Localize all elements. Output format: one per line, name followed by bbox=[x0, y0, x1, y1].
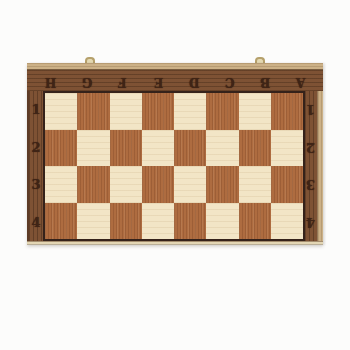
square-h4[interactable] bbox=[45, 203, 77, 240]
board-frame-right: 1234 bbox=[305, 91, 317, 241]
square-a3[interactable] bbox=[271, 166, 303, 203]
board-bottom-fold-edge bbox=[27, 241, 323, 245]
square-f2[interactable] bbox=[110, 130, 142, 167]
board-frame-left: 1234 bbox=[27, 91, 43, 241]
square-a1[interactable] bbox=[271, 93, 303, 130]
square-g1[interactable] bbox=[77, 93, 109, 130]
square-e3[interactable] bbox=[142, 166, 174, 203]
square-d2[interactable] bbox=[174, 130, 206, 167]
file-letters-band: HGFEDCBA bbox=[27, 70, 323, 91]
square-c3[interactable] bbox=[206, 166, 238, 203]
file-label-a: A bbox=[296, 76, 305, 88]
rank-label-left-3: 3 bbox=[31, 178, 40, 191]
square-e4[interactable] bbox=[142, 203, 174, 240]
board-right-edge bbox=[317, 91, 323, 241]
square-g4[interactable] bbox=[77, 203, 109, 240]
rank-label-right-1: 1 bbox=[306, 103, 315, 116]
square-b1[interactable] bbox=[239, 93, 271, 130]
board-grid bbox=[43, 91, 305, 241]
square-c1[interactable] bbox=[206, 93, 238, 130]
square-d4[interactable] bbox=[174, 203, 206, 240]
square-h3[interactable] bbox=[45, 166, 77, 203]
rank-label-left-4: 4 bbox=[31, 216, 40, 229]
rank-label-left-2: 2 bbox=[31, 141, 40, 154]
chessboard: HGFEDCBA 1234 1234 bbox=[27, 63, 323, 245]
square-b2[interactable] bbox=[239, 130, 271, 167]
rank-label-right-2: 2 bbox=[306, 141, 315, 154]
square-b3[interactable] bbox=[239, 166, 271, 203]
square-a4[interactable] bbox=[271, 203, 303, 240]
square-h1[interactable] bbox=[45, 93, 77, 130]
square-c4[interactable] bbox=[206, 203, 238, 240]
square-f3[interactable] bbox=[110, 166, 142, 203]
photo-background: HGFEDCBA 1234 1234 bbox=[0, 0, 350, 350]
file-label-g: G bbox=[82, 76, 92, 88]
square-g3[interactable] bbox=[77, 166, 109, 203]
file-label-e: E bbox=[154, 76, 163, 88]
file-label-f: F bbox=[118, 76, 127, 88]
file-label-b: B bbox=[260, 76, 270, 88]
file-label-c: C bbox=[225, 76, 235, 88]
square-d3[interactable] bbox=[174, 166, 206, 203]
rank-label-right-3: 3 bbox=[306, 178, 315, 191]
square-c2[interactable] bbox=[206, 130, 238, 167]
rank-label-left-1: 1 bbox=[31, 103, 40, 116]
square-g2[interactable] bbox=[77, 130, 109, 167]
square-e1[interactable] bbox=[142, 93, 174, 130]
square-a2[interactable] bbox=[271, 130, 303, 167]
square-f4[interactable] bbox=[110, 203, 142, 240]
square-f1[interactable] bbox=[110, 93, 142, 130]
square-d1[interactable] bbox=[174, 93, 206, 130]
file-label-d: D bbox=[189, 76, 199, 88]
square-e2[interactable] bbox=[142, 130, 174, 167]
square-h2[interactable] bbox=[45, 130, 77, 167]
rank-label-right-4: 4 bbox=[306, 216, 315, 229]
file-label-h: H bbox=[45, 76, 56, 88]
board-top-edge bbox=[27, 63, 323, 70]
square-b4[interactable] bbox=[239, 203, 271, 240]
